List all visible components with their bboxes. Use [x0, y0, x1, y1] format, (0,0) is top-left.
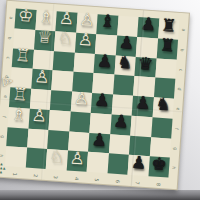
square-d2[interactable]: ♙	[31, 69, 53, 90]
file-label-f: f	[166, 124, 186, 132]
white-pawn: ♙	[34, 68, 50, 86]
black-pawn: ♟	[96, 52, 112, 70]
square-e3[interactable]	[50, 90, 72, 111]
square-d5[interactable]	[92, 73, 114, 94]
file-label-b: b	[172, 46, 192, 54]
file-label-e: e	[0, 93, 15, 101]
white-pawn: ♙	[79, 11, 95, 29]
rank-label-8: 8	[153, 174, 161, 195]
square-g5[interactable]: ♟	[88, 132, 110, 153]
white-knight: ♘	[49, 148, 65, 166]
board-grid: ♔♗♙♙♝♟♜♕♘♙♟♜♖♟♞♛♙♖♙♟♟♞♗♙♟♟♘♙♟♚	[5, 8, 180, 177]
square-b6[interactable]: ♟	[115, 35, 137, 56]
square-b3[interactable]: ♘	[54, 31, 76, 52]
black-pawn: ♟	[140, 16, 156, 34]
square-a6[interactable]	[117, 16, 139, 37]
square-d7[interactable]	[133, 76, 155, 97]
square-b2[interactable]: ♕	[34, 30, 56, 51]
black-pawn: ♟	[118, 34, 134, 52]
square-c4[interactable]	[73, 52, 95, 73]
black-pawn: ♟	[94, 92, 110, 110]
square-d4[interactable]	[72, 72, 94, 93]
square-f3[interactable]	[48, 110, 70, 131]
square-a2[interactable]: ♗	[35, 10, 57, 31]
photo-background: ♔♗♙♙♝♟♜♕♘♙♟♜♖♟♞♛♙♖♙♟♟♞♗♙♟♟♘♙♟♚ 12345678 …	[0, 0, 200, 200]
square-a3[interactable]: ♙	[55, 11, 77, 32]
square-f2[interactable]: ♙	[28, 108, 50, 129]
rank-label-3: 3	[51, 167, 59, 188]
file-label-e: e	[168, 105, 188, 113]
file-label-g: g	[165, 144, 185, 152]
square-c6[interactable]: ♞	[114, 55, 136, 76]
square-c2[interactable]	[32, 49, 54, 70]
file-label-f: f	[0, 112, 14, 120]
file-label-h: h	[0, 152, 11, 160]
square-d3[interactable]	[51, 70, 73, 91]
rank-label-1: 1	[10, 164, 18, 185]
black-pawn: ♟	[130, 154, 146, 172]
chess-board: ♔♗♙♙♝♟♜♕♘♙♟♜♖♟♞♛♙♖♙♟♟♞♗♙♟♟♘♙♟♚ 12345678 …	[0, 0, 190, 190]
square-c5[interactable]: ♟	[94, 54, 116, 75]
white-pawn: ♙	[69, 149, 85, 167]
square-b7[interactable]	[136, 37, 158, 58]
white-pawn: ♙	[73, 90, 89, 108]
square-a5[interactable]: ♝	[96, 14, 118, 35]
square-f4[interactable]	[69, 111, 91, 132]
file-label-c: c	[170, 65, 190, 73]
square-d6[interactable]	[113, 75, 135, 96]
square-f5[interactable]	[89, 113, 111, 134]
square-g7[interactable]	[129, 135, 151, 156]
square-g2[interactable]	[27, 128, 49, 149]
rank-label-5: 5	[92, 170, 100, 191]
black-queen: ♛	[137, 55, 153, 73]
file-label-a: a	[173, 26, 193, 34]
square-b5[interactable]	[95, 34, 117, 55]
table-edge	[0, 190, 200, 200]
square-f7[interactable]	[130, 116, 152, 137]
rank-label-6: 6	[113, 171, 121, 192]
rank-label-2: 2	[31, 165, 39, 186]
square-c7[interactable]: ♛	[134, 56, 156, 77]
square-e7[interactable]: ♟	[132, 96, 154, 117]
square-g3[interactable]	[47, 130, 69, 151]
fallen-white-piece[interactable]: ♙	[0, 75, 14, 88]
square-f6[interactable]: ♟	[110, 114, 132, 135]
white-pawn: ♙	[31, 107, 47, 125]
square-c3[interactable]	[53, 51, 75, 72]
file-label-g: g	[0, 132, 13, 140]
black-pawn: ♟	[135, 94, 151, 112]
white-knight: ♘	[57, 30, 73, 48]
white-pawn: ♙	[58, 10, 74, 28]
square-e4[interactable]: ♙	[70, 92, 92, 113]
square-e6[interactable]	[111, 94, 133, 115]
square-e5[interactable]: ♟	[91, 93, 113, 114]
file-label-b: b	[0, 34, 19, 42]
white-queen: ♕	[36, 28, 52, 46]
square-a7[interactable]: ♟	[137, 17, 159, 38]
black-pawn: ♟	[113, 113, 129, 131]
black-pawn: ♟	[91, 131, 107, 149]
file-label-a: a	[1, 14, 21, 22]
white-pawn: ♙	[77, 31, 93, 49]
square-b4[interactable]: ♙	[74, 32, 96, 53]
square-a4[interactable]: ♙	[76, 13, 98, 34]
black-knight: ♞	[117, 54, 133, 72]
square-g6[interactable]	[108, 134, 130, 155]
square-e2[interactable]	[29, 89, 51, 110]
club-diamond-emblem: ♣♣♣♣♣	[0, 162, 7, 176]
rank-label-4: 4	[72, 168, 80, 189]
square-g4[interactable]	[68, 131, 90, 152]
white-bishop: ♗	[38, 8, 54, 26]
black-bishop: ♝	[99, 13, 115, 31]
file-label-c: c	[0, 53, 18, 61]
rank-label-7: 7	[133, 172, 141, 193]
